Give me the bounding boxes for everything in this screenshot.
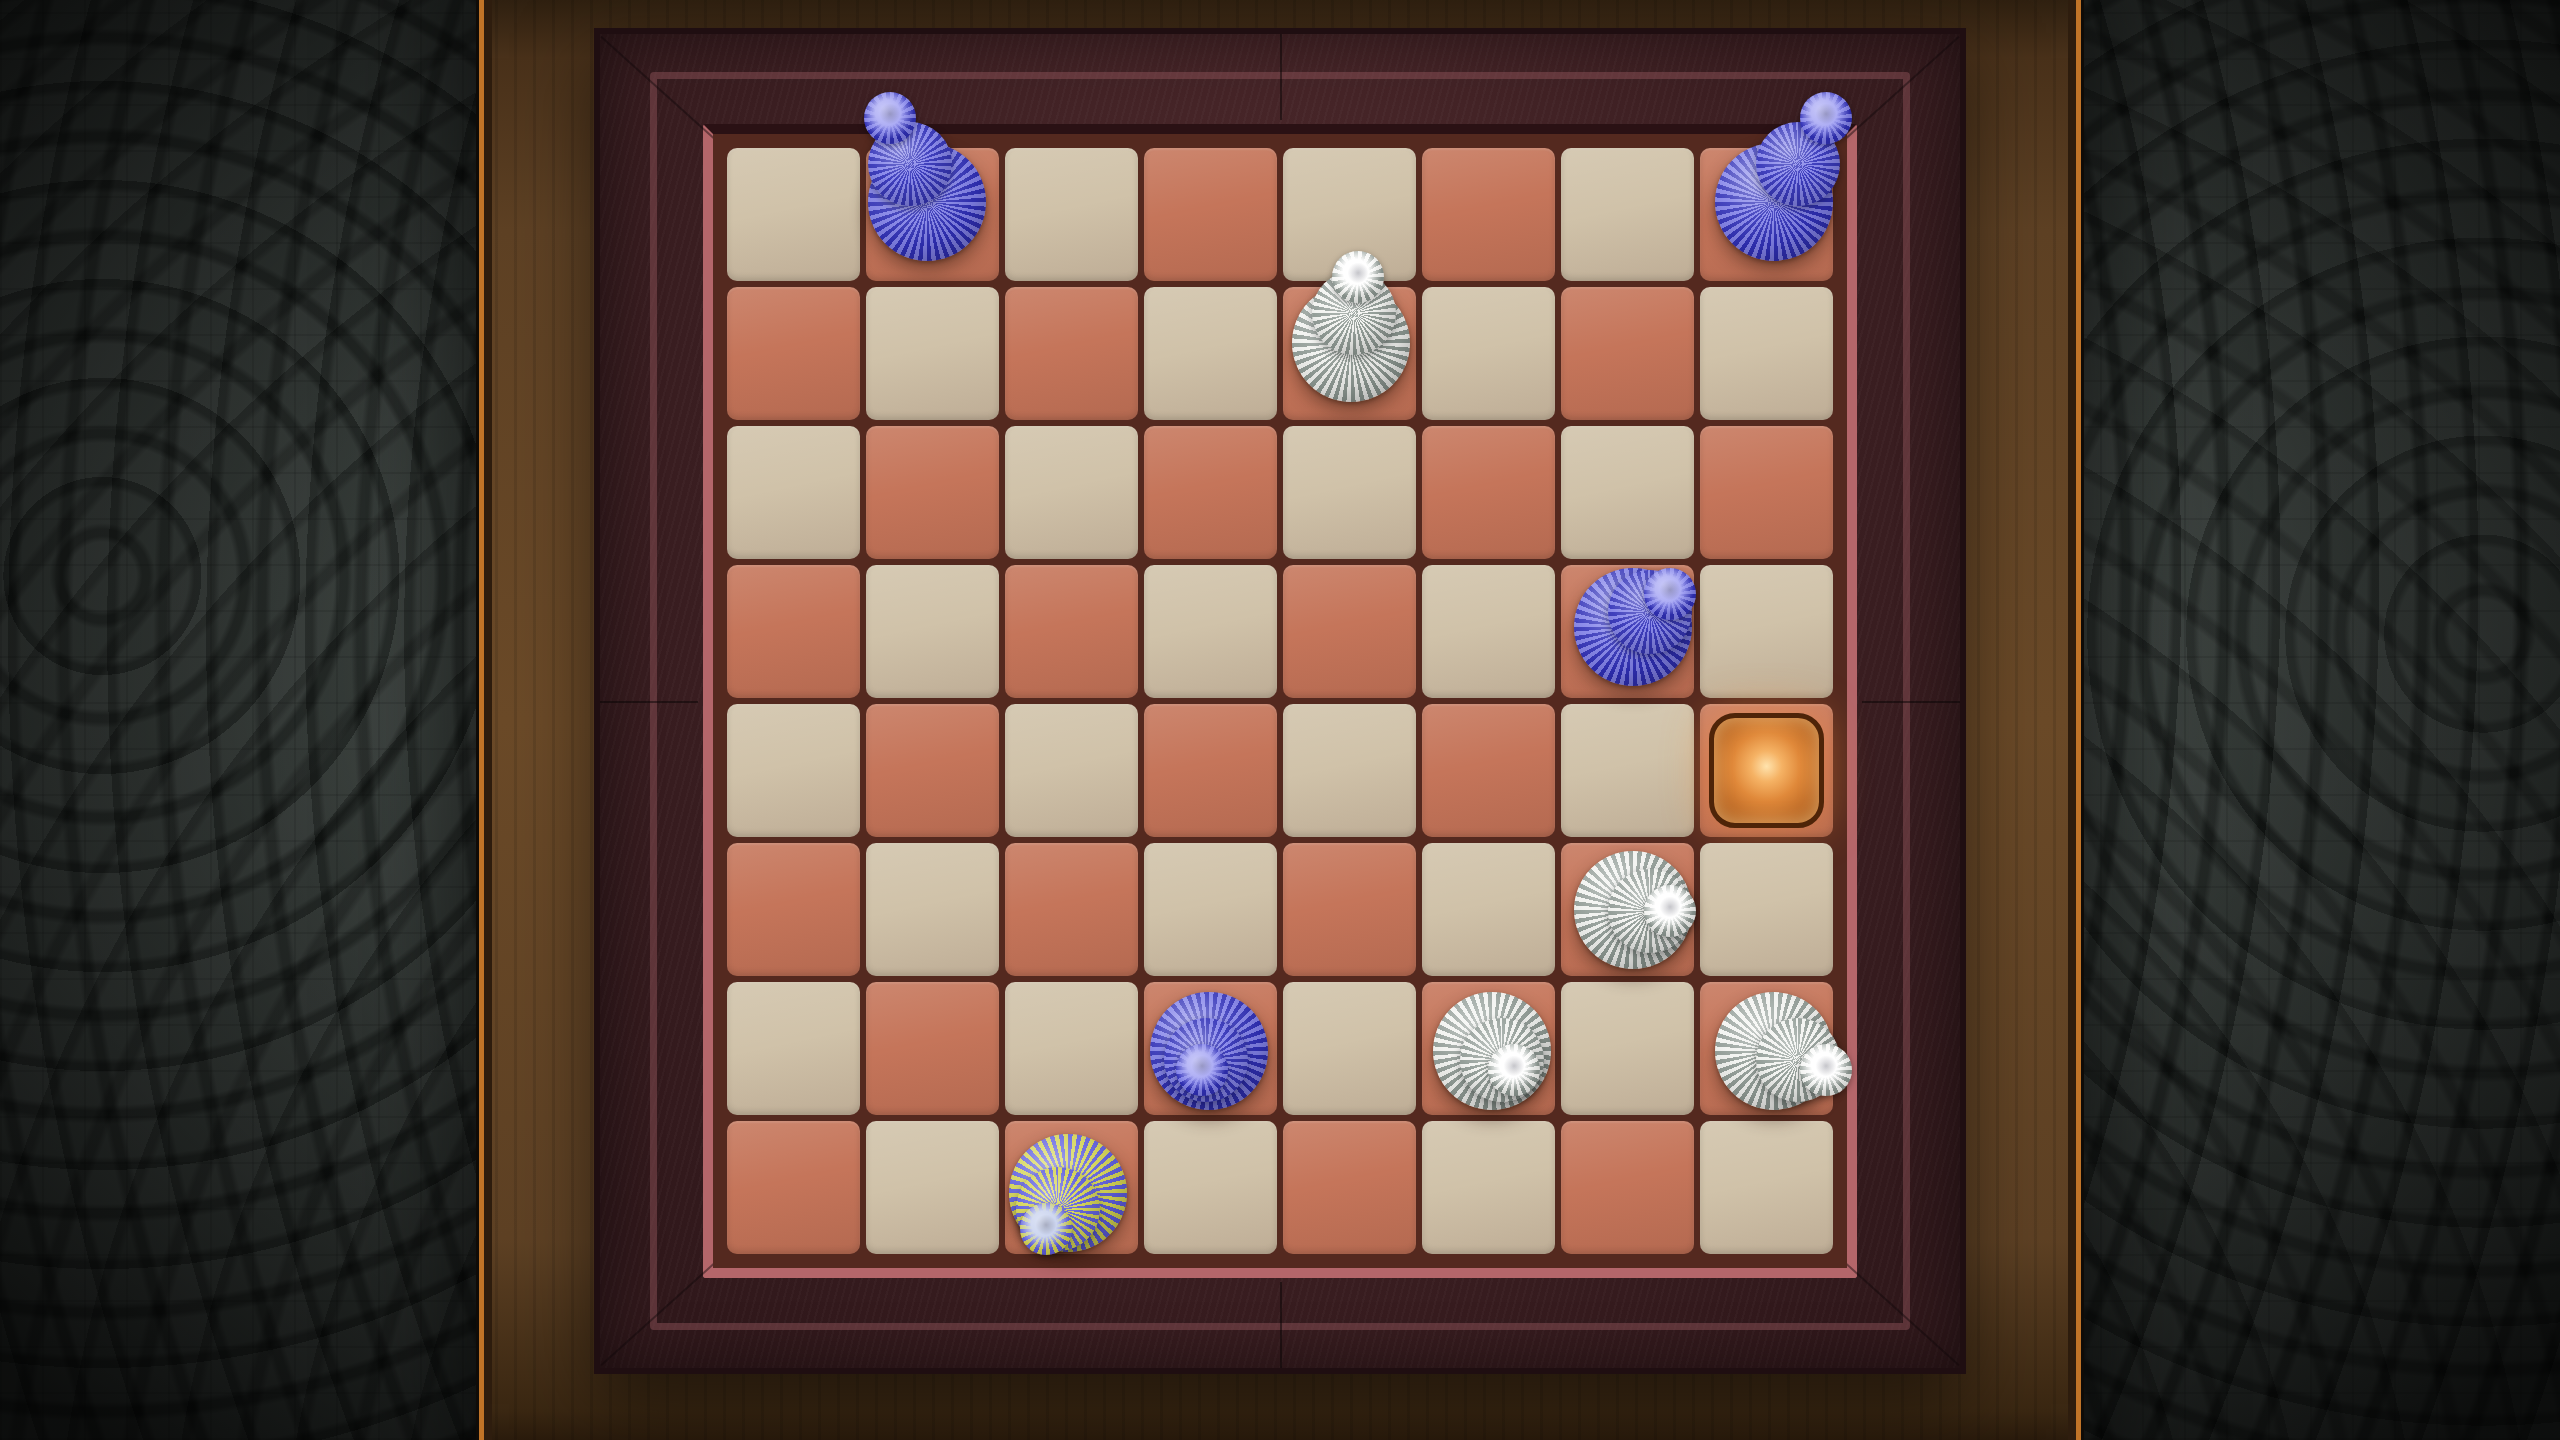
board-square-c4[interactable] (1005, 704, 1138, 837)
board-square-a6[interactable] (727, 426, 860, 559)
board-square-a4[interactable] (727, 704, 860, 837)
piece-knob (1800, 1044, 1852, 1096)
checker-piece-white-man[interactable] (1567, 843, 1700, 976)
board-square-b4[interactable] (866, 704, 999, 837)
board-square-a2[interactable] (727, 982, 860, 1115)
board-square-b3[interactable] (866, 843, 999, 976)
board-square-e6[interactable] (1283, 426, 1416, 559)
board-square-b7[interactable] (866, 287, 999, 420)
board-square-c8[interactable] (1005, 148, 1138, 281)
board-square-f4[interactable] (1422, 704, 1555, 837)
board-square-d7[interactable] (1144, 287, 1277, 420)
board-square-g2[interactable] (1561, 982, 1694, 1115)
board-square-g6[interactable] (1561, 426, 1694, 559)
piece-knob (1332, 251, 1384, 303)
board-square-g4[interactable] (1561, 704, 1694, 837)
board-square-f5[interactable] (1422, 565, 1555, 698)
scene (0, 0, 2560, 1440)
board-square-f7[interactable] (1422, 287, 1555, 420)
board-square-g1[interactable] (1561, 1121, 1694, 1254)
frame-seam (600, 701, 698, 703)
board-square-d4[interactable] (1144, 704, 1277, 837)
frame-seam (1280, 34, 1282, 120)
board-square-b6[interactable] (866, 426, 999, 559)
board-square-a1[interactable] (727, 1121, 860, 1254)
board-square-g8[interactable] (1561, 148, 1694, 281)
piece-knob (864, 92, 916, 144)
board-square-e4[interactable] (1283, 704, 1416, 837)
board-square-d6[interactable] (1144, 426, 1277, 559)
board-square-d8[interactable] (1144, 148, 1277, 281)
board-square-c5[interactable] (1005, 565, 1138, 698)
board-square-d3[interactable] (1144, 843, 1277, 976)
board-square-b2[interactable] (866, 982, 999, 1115)
board-square-f8[interactable] (1422, 148, 1555, 281)
checker-piece-white-man[interactable] (1284, 277, 1417, 410)
board-square-c3[interactable] (1005, 843, 1138, 976)
board-square-a5[interactable] (727, 565, 860, 698)
piece-knob (1176, 1044, 1228, 1096)
board-well (713, 134, 1847, 1268)
board-square-a3[interactable] (727, 843, 860, 976)
piece-knob (1644, 568, 1696, 620)
board-square-h4[interactable] (1700, 704, 1833, 837)
board-square-d1[interactable] (1144, 1121, 1277, 1254)
board-square-d5[interactable] (1144, 565, 1277, 698)
board-frame (594, 28, 1966, 1374)
piece-knob (1800, 92, 1852, 144)
checker-piece-blue-man[interactable] (860, 135, 993, 268)
board-square-h5[interactable] (1700, 565, 1833, 698)
checkers-board (727, 148, 1833, 1254)
board-square-h1[interactable] (1700, 1121, 1833, 1254)
table-edge-highlight-right (2068, 0, 2084, 1440)
board-square-b1[interactable] (866, 1121, 999, 1254)
piece-knob (1020, 1203, 1072, 1255)
board-square-b5[interactable] (866, 565, 999, 698)
checker-piece-white-man[interactable] (1708, 985, 1841, 1118)
board-square-f3[interactable] (1422, 843, 1555, 976)
board-square-c2[interactable] (1005, 982, 1138, 1115)
board-square-e2[interactable] (1283, 982, 1416, 1115)
board-square-g7[interactable] (1561, 287, 1694, 420)
board-square-e1[interactable] (1283, 1121, 1416, 1254)
board-square-a7[interactable] (727, 287, 860, 420)
table-edge-highlight-left (476, 0, 492, 1440)
board-square-a8[interactable] (727, 148, 860, 281)
piece-knob (1488, 1044, 1540, 1096)
board-inner-bevel (703, 124, 1857, 1278)
board-square-f6[interactable] (1422, 426, 1555, 559)
board-square-e3[interactable] (1283, 843, 1416, 976)
board-square-e5[interactable] (1283, 565, 1416, 698)
frame-seam (1280, 1282, 1282, 1368)
checker-piece-blue-man[interactable] (1567, 560, 1700, 693)
frame-seam (1862, 701, 1960, 703)
board-square-f1[interactable] (1422, 1121, 1555, 1254)
board-square-c7[interactable] (1005, 287, 1138, 420)
highlighted-move-square[interactable] (1709, 713, 1824, 828)
checker-piece-blue-man[interactable] (1708, 135, 1841, 268)
board-square-h6[interactable] (1700, 426, 1833, 559)
checker-piece-white-man[interactable] (1425, 985, 1558, 1118)
board-square-c6[interactable] (1005, 426, 1138, 559)
board-square-h7[interactable] (1700, 287, 1833, 420)
board-square-h3[interactable] (1700, 843, 1833, 976)
checker-piece-blue-man[interactable] (1143, 985, 1276, 1118)
checker-piece-blue-king[interactable] (1002, 1126, 1135, 1259)
